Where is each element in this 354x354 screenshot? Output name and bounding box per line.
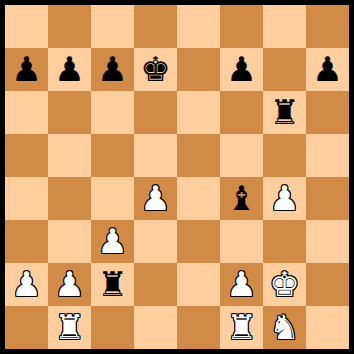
piece-black-pawn: ♟ (226, 48, 256, 91)
square-c5[interactable] (91, 134, 134, 177)
square-d3[interactable] (134, 220, 177, 263)
square-d6[interactable] (134, 91, 177, 134)
square-e6[interactable] (177, 91, 220, 134)
square-b5[interactable] (48, 134, 91, 177)
square-f3[interactable] (220, 220, 263, 263)
page: ♟♟♟♚♟♟♜♟♝♟♟♟♟♜♟♚♜♜♞ (0, 0, 354, 354)
piece-white-rook: ♜ (54, 306, 84, 349)
piece-black-pawn: ♟ (97, 48, 127, 91)
piece-black-pawn: ♟ (54, 48, 84, 91)
square-f2[interactable]: ♟ (220, 263, 263, 306)
square-b2[interactable]: ♟ (48, 263, 91, 306)
square-b6[interactable] (48, 91, 91, 134)
square-h6[interactable] (306, 91, 349, 134)
square-g2[interactable]: ♚ (263, 263, 306, 306)
square-e2[interactable] (177, 263, 220, 306)
square-f7[interactable]: ♟ (220, 48, 263, 91)
square-g4[interactable]: ♟ (263, 177, 306, 220)
chess-board: ♟♟♟♚♟♟♜♟♝♟♟♟♟♜♟♚♜♜♞ (5, 5, 349, 349)
piece-white-pawn: ♟ (140, 177, 170, 220)
square-d8[interactable] (134, 5, 177, 48)
square-e1[interactable] (177, 306, 220, 349)
square-f6[interactable] (220, 91, 263, 134)
square-f5[interactable] (220, 134, 263, 177)
square-f8[interactable] (220, 5, 263, 48)
piece-white-pawn: ♟ (226, 263, 256, 306)
square-a3[interactable] (5, 220, 48, 263)
square-a6[interactable] (5, 91, 48, 134)
square-b3[interactable] (48, 220, 91, 263)
piece-black-pawn: ♟ (11, 48, 41, 91)
square-e3[interactable] (177, 220, 220, 263)
square-c6[interactable] (91, 91, 134, 134)
square-e4[interactable] (177, 177, 220, 220)
piece-white-king: ♚ (269, 263, 299, 306)
square-d5[interactable] (134, 134, 177, 177)
square-b7[interactable]: ♟ (48, 48, 91, 91)
square-c1[interactable] (91, 306, 134, 349)
square-h5[interactable] (306, 134, 349, 177)
square-g5[interactable] (263, 134, 306, 177)
piece-white-knight: ♞ (269, 306, 299, 349)
piece-black-pawn: ♟ (312, 48, 342, 91)
square-h7[interactable]: ♟ (306, 48, 349, 91)
square-a5[interactable] (5, 134, 48, 177)
square-d2[interactable] (134, 263, 177, 306)
square-c4[interactable] (91, 177, 134, 220)
square-c7[interactable]: ♟ (91, 48, 134, 91)
square-h1[interactable] (306, 306, 349, 349)
square-c8[interactable] (91, 5, 134, 48)
square-b8[interactable] (48, 5, 91, 48)
square-d7[interactable]: ♚ (134, 48, 177, 91)
square-h3[interactable] (306, 220, 349, 263)
piece-black-king: ♚ (140, 48, 170, 91)
square-g7[interactable] (263, 48, 306, 91)
square-h4[interactable] (306, 177, 349, 220)
piece-white-pawn: ♟ (54, 263, 84, 306)
piece-white-pawn: ♟ (97, 220, 127, 263)
square-e8[interactable] (177, 5, 220, 48)
square-c2[interactable]: ♜ (91, 263, 134, 306)
square-f1[interactable]: ♜ (220, 306, 263, 349)
square-e5[interactable] (177, 134, 220, 177)
square-b4[interactable] (48, 177, 91, 220)
piece-black-rook: ♜ (97, 263, 127, 306)
square-g6[interactable]: ♜ (263, 91, 306, 134)
square-b1[interactable]: ♜ (48, 306, 91, 349)
square-a8[interactable] (5, 5, 48, 48)
piece-white-pawn: ♟ (11, 263, 41, 306)
square-f4[interactable]: ♝ (220, 177, 263, 220)
square-a4[interactable] (5, 177, 48, 220)
square-g3[interactable] (263, 220, 306, 263)
square-a2[interactable]: ♟ (5, 263, 48, 306)
piece-black-rook: ♜ (269, 91, 299, 134)
square-e7[interactable] (177, 48, 220, 91)
piece-black-bishop: ♝ (226, 177, 256, 220)
square-d1[interactable] (134, 306, 177, 349)
square-g1[interactable]: ♞ (263, 306, 306, 349)
square-c3[interactable]: ♟ (91, 220, 134, 263)
square-a1[interactable] (5, 306, 48, 349)
piece-white-pawn: ♟ (269, 177, 299, 220)
chess-board-frame: ♟♟♟♚♟♟♜♟♝♟♟♟♟♜♟♚♜♜♞ (0, 0, 354, 354)
square-h2[interactable] (306, 263, 349, 306)
piece-white-rook: ♜ (226, 306, 256, 349)
square-a7[interactable]: ♟ (5, 48, 48, 91)
square-g8[interactable] (263, 5, 306, 48)
square-h8[interactable] (306, 5, 349, 48)
square-d4[interactable]: ♟ (134, 177, 177, 220)
